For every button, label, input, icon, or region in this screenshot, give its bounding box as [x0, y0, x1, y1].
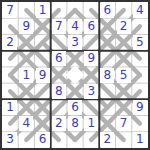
cell-r4c4[interactable]: 6 — [52, 51, 66, 66]
cell-r4c6[interactable]: 9 — [84, 51, 98, 66]
sudoku-board: 71649746223569198583169428173621 — [0, 0, 150, 150]
cell-r9c1[interactable]: 3 — [3, 132, 17, 147]
cell-r7c1[interactable]: 1 — [3, 100, 17, 115]
cell-r5c2[interactable]: 1 — [19, 68, 33, 83]
cell-r8c6[interactable]: 1 — [84, 116, 98, 131]
cell-r1c9[interactable]: 4 — [133, 3, 147, 18]
cell-r9c9[interactable]: 1 — [133, 132, 147, 147]
cell-r7c9[interactable]: 9 — [133, 100, 147, 115]
cell-r8c8[interactable]: 7 — [117, 116, 131, 131]
cell-r6c4[interactable]: 8 — [52, 84, 66, 99]
cell-r1c1[interactable]: 7 — [3, 3, 17, 18]
cell-r2c4[interactable]: 7 — [52, 19, 66, 34]
cell-r9c3[interactable]: 6 — [36, 132, 50, 147]
cell-r9c7[interactable]: 2 — [100, 132, 114, 147]
cell-r8c5[interactable]: 8 — [68, 116, 82, 131]
cell-r1c7[interactable]: 6 — [100, 3, 114, 18]
cell-r2c8[interactable]: 2 — [117, 19, 131, 34]
cell-r2c5[interactable]: 4 — [68, 19, 82, 34]
cell-r3c1[interactable]: 2 — [3, 35, 17, 50]
cell-r3c9[interactable]: 5 — [133, 35, 147, 50]
cell-r5c8[interactable]: 5 — [117, 68, 131, 83]
cell-r6c6[interactable]: 3 — [84, 84, 98, 99]
cell-r5c3[interactable]: 9 — [36, 68, 50, 83]
cell-r3c5[interactable]: 3 — [68, 35, 82, 50]
cell-r5c7[interactable]: 8 — [100, 68, 114, 83]
cell-r2c6[interactable]: 6 — [84, 19, 98, 34]
cell-r8c2[interactable]: 4 — [19, 116, 33, 131]
cell-r2c2[interactable]: 9 — [19, 19, 33, 34]
cell-r7c5[interactable]: 6 — [68, 100, 82, 115]
cell-r1c3[interactable]: 1 — [36, 3, 50, 18]
cell-r8c4[interactable]: 2 — [52, 116, 66, 131]
